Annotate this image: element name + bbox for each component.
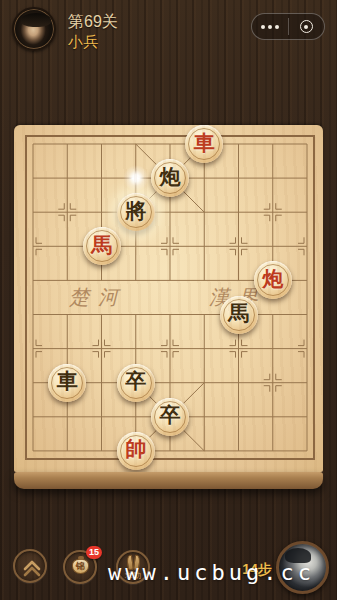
piece-glyph: 卒 bbox=[125, 371, 146, 392]
piece-glyph: 炮 bbox=[262, 269, 283, 290]
piece-glyph: 將 bbox=[125, 201, 146, 222]
piece-black-將-3-2[interactable]: 將 bbox=[117, 193, 155, 231]
opponent-name: 小兵 bbox=[68, 33, 98, 52]
watermark-text: www.ucbug.cc bbox=[108, 560, 315, 585]
player-avatar bbox=[12, 7, 56, 51]
piece-black-炮-4-1[interactable]: 炮 bbox=[151, 159, 189, 197]
miniprogram-capsule bbox=[251, 13, 325, 40]
piece-black-馬-6-5[interactable]: 馬 bbox=[220, 296, 258, 334]
piece-glyph: 馬 bbox=[91, 235, 112, 256]
piece-black-卒-3-7[interactable]: 卒 bbox=[117, 364, 155, 402]
piece-black-卒-4-8[interactable]: 卒 bbox=[151, 398, 189, 436]
more-button[interactable] bbox=[252, 14, 288, 39]
circle-dot-icon bbox=[300, 20, 313, 33]
piece-glyph: 馬 bbox=[228, 303, 249, 324]
piece-red-炮-7-4[interactable]: 炮 bbox=[254, 261, 292, 299]
piece-glyph: 帥 bbox=[125, 439, 146, 460]
xiangqi-board[interactable]: 楚河 漢界 車炮將馬炮馬車卒卒帥✦ bbox=[14, 125, 323, 472]
piece-glyph: 車 bbox=[57, 371, 78, 392]
close-button[interactable] bbox=[289, 14, 325, 39]
level-title: 第69关 bbox=[68, 12, 118, 33]
xiangqi-app: 第69关 小兵 楚河 漢界 車炮將馬炮馬車卒卒帥✦ 锦 15 求助 14步 ww bbox=[0, 0, 337, 600]
piece-glyph: 卒 bbox=[160, 405, 181, 426]
piece-glyph: 車 bbox=[194, 133, 215, 154]
piece-red-馬-2-3[interactable]: 馬 bbox=[83, 227, 121, 265]
money-bag-icon: 锦 bbox=[72, 559, 89, 574]
piece-black-車-1-7[interactable]: 車 bbox=[48, 364, 86, 402]
sparkle-effect-icon: ✦ bbox=[123, 165, 149, 191]
collapse-button[interactable] bbox=[13, 549, 47, 583]
piece-red-車-5-0[interactable]: 車 bbox=[185, 125, 223, 163]
hint-count-badge: 15 bbox=[86, 546, 102, 559]
hint-bag-button[interactable]: 锦 15 bbox=[63, 550, 97, 584]
pieces-layer: 車炮將馬炮馬車卒卒帥✦ bbox=[14, 125, 323, 472]
board-front-edge bbox=[14, 472, 323, 489]
three-dots-icon bbox=[261, 25, 279, 29]
chevron-up-icon bbox=[19, 555, 45, 581]
piece-glyph: 炮 bbox=[160, 167, 181, 188]
piece-red-帥-3-9[interactable]: 帥 bbox=[117, 432, 155, 470]
